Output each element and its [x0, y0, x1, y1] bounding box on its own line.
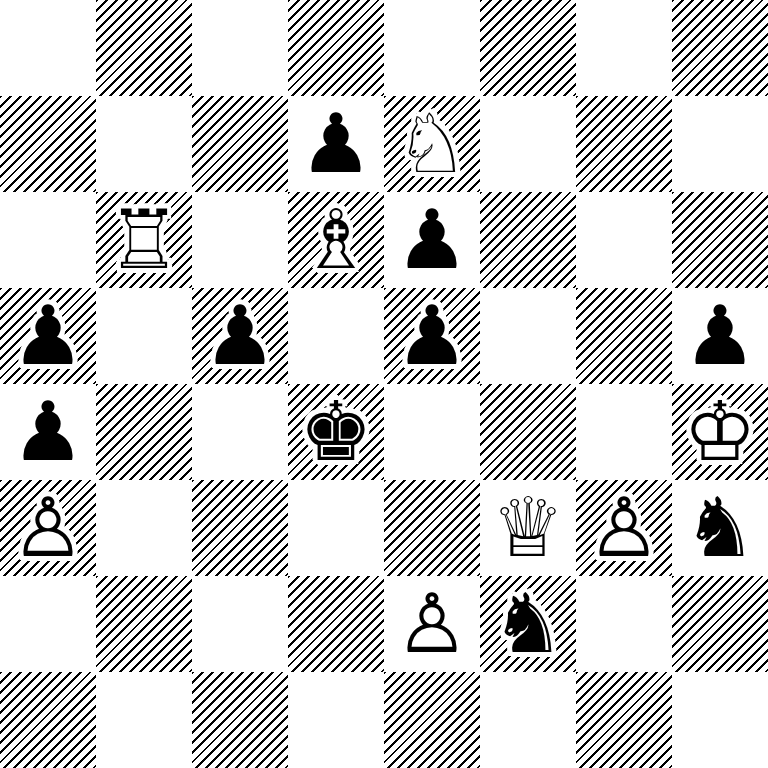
black-king-icon: ♚ [288, 384, 384, 480]
square-b1[interactable] [96, 672, 192, 768]
square-h3[interactable]: ♞♞ [672, 480, 768, 576]
square-h2[interactable] [672, 576, 768, 672]
piece-black-pawn[interactable]: ♟♟ [192, 288, 288, 384]
square-e7[interactable]: ♞♘ [384, 96, 480, 192]
square-f7[interactable] [480, 96, 576, 192]
black-pawn-icon: ♟ [0, 384, 96, 480]
white-king-icon: ♔ [672, 384, 768, 480]
square-b7[interactable] [96, 96, 192, 192]
white-pawn-icon: ♙ [0, 480, 96, 576]
square-f8[interactable] [480, 0, 576, 96]
white-knight-icon: ♘ [384, 96, 480, 192]
square-f2[interactable]: ♞♞ [480, 576, 576, 672]
square-g2[interactable] [576, 576, 672, 672]
square-d4[interactable]: ♚♚ [288, 384, 384, 480]
square-e5[interactable]: ♟♟ [384, 288, 480, 384]
black-knight-icon: ♞ [480, 576, 576, 672]
square-f4[interactable] [480, 384, 576, 480]
piece-white-pawn[interactable]: ♟♙ [0, 480, 96, 576]
piece-white-bishop[interactable]: ♝♗ [288, 192, 384, 288]
black-knight-icon: ♞ [672, 480, 768, 576]
square-g3[interactable]: ♟♙ [576, 480, 672, 576]
piece-white-king[interactable]: ♚♔ [672, 384, 768, 480]
piece-white-queen[interactable]: ♛♕ [480, 480, 576, 576]
black-pawn-icon: ♟ [384, 288, 480, 384]
square-b8[interactable] [96, 0, 192, 96]
square-c4[interactable] [192, 384, 288, 480]
square-c8[interactable] [192, 0, 288, 96]
square-g7[interactable] [576, 96, 672, 192]
square-d3[interactable] [288, 480, 384, 576]
square-e1[interactable] [384, 672, 480, 768]
piece-white-pawn[interactable]: ♟♙ [576, 480, 672, 576]
square-b3[interactable] [96, 480, 192, 576]
square-b6[interactable]: ♜♖ [96, 192, 192, 288]
square-h5[interactable]: ♟♟ [672, 288, 768, 384]
piece-black-pawn[interactable]: ♟♟ [384, 192, 480, 288]
piece-black-knight[interactable]: ♞♞ [672, 480, 768, 576]
square-c1[interactable] [192, 672, 288, 768]
square-d6[interactable]: ♝♗ [288, 192, 384, 288]
square-f5[interactable] [480, 288, 576, 384]
square-d8[interactable] [288, 0, 384, 96]
square-d7[interactable]: ♟♟ [288, 96, 384, 192]
square-h8[interactable] [672, 0, 768, 96]
square-g4[interactable] [576, 384, 672, 480]
piece-black-pawn[interactable]: ♟♟ [0, 384, 96, 480]
piece-black-king[interactable]: ♚♚ [288, 384, 384, 480]
square-h4[interactable]: ♚♔ [672, 384, 768, 480]
square-b2[interactable] [96, 576, 192, 672]
square-c7[interactable] [192, 96, 288, 192]
black-pawn-icon: ♟ [0, 288, 96, 384]
chessboard: ♟♟♞♘♜♖♝♗♟♟♟♟♟♟♟♟♟♟♟♟♚♚♚♔♟♙♛♕♟♙♞♞♟♙♞♞ [0, 0, 768, 768]
square-h1[interactable] [672, 672, 768, 768]
square-d5[interactable] [288, 288, 384, 384]
square-a6[interactable] [0, 192, 96, 288]
square-f6[interactable] [480, 192, 576, 288]
square-b5[interactable] [96, 288, 192, 384]
square-e3[interactable] [384, 480, 480, 576]
square-f3[interactable]: ♛♕ [480, 480, 576, 576]
square-g8[interactable] [576, 0, 672, 96]
piece-white-knight[interactable]: ♞♘ [384, 96, 480, 192]
square-c6[interactable] [192, 192, 288, 288]
square-a1[interactable] [0, 672, 96, 768]
square-g5[interactable] [576, 288, 672, 384]
piece-black-pawn[interactable]: ♟♟ [672, 288, 768, 384]
square-g6[interactable] [576, 192, 672, 288]
white-pawn-icon: ♙ [576, 480, 672, 576]
square-a4[interactable]: ♟♟ [0, 384, 96, 480]
square-h6[interactable] [672, 192, 768, 288]
square-g1[interactable] [576, 672, 672, 768]
black-pawn-icon: ♟ [192, 288, 288, 384]
square-b4[interactable] [96, 384, 192, 480]
square-a8[interactable] [0, 0, 96, 96]
piece-black-pawn[interactable]: ♟♟ [0, 288, 96, 384]
square-h7[interactable] [672, 96, 768, 192]
square-e8[interactable] [384, 0, 480, 96]
piece-black-knight[interactable]: ♞♞ [480, 576, 576, 672]
piece-white-pawn[interactable]: ♟♙ [384, 576, 480, 672]
black-pawn-icon: ♟ [384, 192, 480, 288]
square-e2[interactable]: ♟♙ [384, 576, 480, 672]
square-d1[interactable] [288, 672, 384, 768]
square-c3[interactable] [192, 480, 288, 576]
piece-black-pawn[interactable]: ♟♟ [288, 96, 384, 192]
black-pawn-icon: ♟ [672, 288, 768, 384]
square-c5[interactable]: ♟♟ [192, 288, 288, 384]
white-bishop-icon: ♗ [288, 192, 384, 288]
white-pawn-icon: ♙ [384, 576, 480, 672]
square-a3[interactable]: ♟♙ [0, 480, 96, 576]
square-e6[interactable]: ♟♟ [384, 192, 480, 288]
piece-white-rook[interactable]: ♜♖ [96, 192, 192, 288]
square-c2[interactable] [192, 576, 288, 672]
piece-black-pawn[interactable]: ♟♟ [384, 288, 480, 384]
square-d2[interactable] [288, 576, 384, 672]
square-a2[interactable] [0, 576, 96, 672]
chessboard-diagram: ♟♟♞♘♜♖♝♗♟♟♟♟♟♟♟♟♟♟♟♟♚♚♚♔♟♙♛♕♟♙♞♞♟♙♞♞ [0, 0, 768, 768]
white-rook-icon: ♖ [96, 192, 192, 288]
square-f1[interactable] [480, 672, 576, 768]
white-queen-icon: ♕ [480, 480, 576, 576]
square-a5[interactable]: ♟♟ [0, 288, 96, 384]
square-e4[interactable] [384, 384, 480, 480]
black-pawn-icon: ♟ [288, 96, 384, 192]
square-a7[interactable] [0, 96, 96, 192]
